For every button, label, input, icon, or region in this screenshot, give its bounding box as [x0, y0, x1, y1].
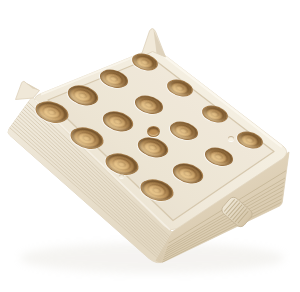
product-photo — [0, 0, 300, 292]
tray-hole — [232, 128, 268, 151]
tray-hole — [127, 50, 163, 73]
surface-dimple — [228, 136, 234, 141]
center-pilot-hole — [147, 126, 160, 137]
tray-hole — [162, 76, 198, 99]
tray-hole — [197, 102, 233, 125]
surface-dimple — [119, 174, 124, 178]
